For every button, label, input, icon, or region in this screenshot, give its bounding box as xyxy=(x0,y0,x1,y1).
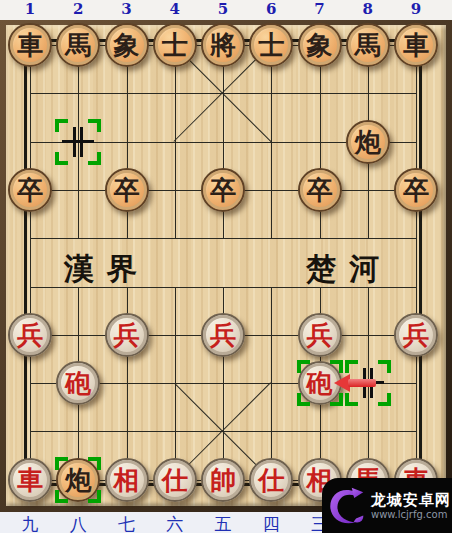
piece-glyph-soldier: 卒 xyxy=(17,177,43,203)
crosshair-bar xyxy=(80,127,83,157)
crosshair-bar xyxy=(62,140,94,143)
file-label-top-9: 9 xyxy=(404,0,428,19)
piece-glyph-elephant: 象 xyxy=(114,32,140,58)
piece-red-elephant[interactable]: 相 xyxy=(105,458,149,502)
piece-glyph-advisor: 士 xyxy=(258,32,284,58)
piece-red-soldier[interactable]: 兵 xyxy=(105,313,149,357)
piece-red-general[interactable]: 帥 xyxy=(201,458,245,502)
top-coordinates-strip: 123456789 xyxy=(0,0,452,20)
file-label-top-6: 6 xyxy=(259,0,283,19)
file-label-top-4: 4 xyxy=(163,0,187,19)
piece-glyph-general: 將 xyxy=(210,32,236,58)
river-label-right: 楚河 xyxy=(306,249,392,290)
piece-glyph-soldier: 卒 xyxy=(403,177,429,203)
bracket-corner xyxy=(55,457,68,470)
bracket-corner xyxy=(55,490,68,503)
piece-glyph-cannon: 炮 xyxy=(355,129,381,155)
piece-red-advisor[interactable]: 仕 xyxy=(249,458,293,502)
xiangqi-board-screen: 漢界 楚河 車馬象士將士象馬車炮卒卒卒卒卒兵兵兵兵兵砲砲車炮相仕帥仕相馬車 12… xyxy=(0,0,452,533)
piece-glyph-soldier: 兵 xyxy=(210,322,236,348)
crosshair-cursor-icon xyxy=(62,126,94,158)
piece-glyph-elephant: 相 xyxy=(114,467,140,493)
arrow-tail xyxy=(348,379,376,387)
piece-red-soldier[interactable]: 兵 xyxy=(394,313,438,357)
file-label-top-7: 7 xyxy=(308,0,332,19)
bracket-corner xyxy=(297,393,310,406)
piece-red-soldier[interactable]: 兵 xyxy=(298,313,342,357)
file-label-top-1: 1 xyxy=(18,0,42,19)
piece-black-advisor[interactable]: 士 xyxy=(153,23,197,67)
file-label-bottom-4: 六 xyxy=(163,514,187,533)
piece-glyph-soldier: 兵 xyxy=(17,322,43,348)
piece-glyph-general: 帥 xyxy=(210,467,236,493)
file-label-top-5: 5 xyxy=(211,0,235,19)
move-arrow-left-icon xyxy=(334,374,378,392)
file-label-bottom-6: 四 xyxy=(259,514,283,533)
file-label-bottom-5: 五 xyxy=(211,514,235,533)
piece-black-horse[interactable]: 馬 xyxy=(346,23,390,67)
file-label-top-2: 2 xyxy=(66,0,90,19)
piece-glyph-soldier: 兵 xyxy=(114,322,140,348)
watermark: 龙城安卓网 www.lcjrfg.com xyxy=(322,478,452,533)
piece-black-soldier[interactable]: 卒 xyxy=(394,168,438,212)
piece-red-chariot[interactable]: 車 xyxy=(8,458,52,502)
piece-red-soldier[interactable]: 兵 xyxy=(8,313,52,357)
piece-glyph-elephant: 象 xyxy=(307,32,333,58)
bracket-corner xyxy=(330,360,343,373)
piece-black-soldier[interactable]: 卒 xyxy=(298,168,342,212)
bracket-corner xyxy=(330,393,343,406)
piece-black-soldier[interactable]: 卒 xyxy=(8,168,52,212)
piece-black-chariot[interactable]: 車 xyxy=(394,23,438,67)
piece-glyph-soldier: 卒 xyxy=(210,177,236,203)
crosshair-bar xyxy=(73,127,76,157)
piece-black-cannon[interactable]: 炮 xyxy=(346,120,390,164)
piece-glyph-cannon: 砲 xyxy=(65,370,91,396)
file-label-top-3: 3 xyxy=(115,0,139,19)
piece-glyph-advisor: 仕 xyxy=(258,467,284,493)
piece-glyph-chariot: 車 xyxy=(17,32,43,58)
bracket-corner xyxy=(88,457,101,470)
piece-glyph-horse: 馬 xyxy=(355,32,381,58)
piece-red-soldier[interactable]: 兵 xyxy=(201,313,245,357)
piece-black-advisor[interactable]: 士 xyxy=(249,23,293,67)
piece-black-chariot[interactable]: 車 xyxy=(8,23,52,67)
move-marker-bracket xyxy=(55,457,101,503)
piece-black-soldier[interactable]: 卒 xyxy=(105,168,149,212)
piece-red-advisor[interactable]: 仕 xyxy=(153,458,197,502)
piece-glyph-horse: 馬 xyxy=(65,32,91,58)
file-label-bottom-3: 七 xyxy=(115,514,139,533)
piece-glyph-soldier: 卒 xyxy=(114,177,140,203)
piece-black-elephant[interactable]: 象 xyxy=(105,23,149,67)
river-label-left: 漢界 xyxy=(64,249,150,290)
bracket-corner xyxy=(297,360,310,373)
piece-black-horse[interactable]: 馬 xyxy=(56,23,100,67)
piece-glyph-chariot: 車 xyxy=(17,467,43,493)
piece-glyph-soldier: 卒 xyxy=(307,177,333,203)
piece-black-soldier[interactable]: 卒 xyxy=(201,168,245,212)
file-label-top-8: 8 xyxy=(356,0,380,19)
piece-glyph-chariot: 車 xyxy=(403,32,429,58)
piece-glyph-advisor: 仕 xyxy=(162,467,188,493)
piece-glyph-advisor: 士 xyxy=(162,32,188,58)
dragon-logo-icon xyxy=(326,485,368,527)
piece-black-general[interactable]: 將 xyxy=(201,23,245,67)
piece-black-elephant[interactable]: 象 xyxy=(298,23,342,67)
bracket-corner xyxy=(88,490,101,503)
file-label-bottom-1: 九 xyxy=(18,514,42,533)
watermark-title: 龙城安卓网 xyxy=(371,491,451,509)
watermark-url: www.lcjrfg.com xyxy=(371,509,451,521)
piece-glyph-soldier: 兵 xyxy=(403,322,429,348)
piece-glyph-soldier: 兵 xyxy=(307,322,333,348)
file-label-bottom-2: 八 xyxy=(66,514,90,533)
